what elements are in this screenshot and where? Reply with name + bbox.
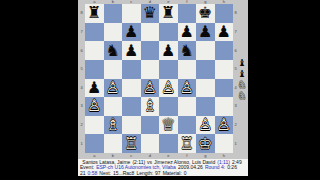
square-h2[interactable]: ♙ xyxy=(215,116,234,135)
coord-label: d xyxy=(141,154,160,158)
square-c6[interactable]: ♟ xyxy=(122,41,141,60)
white-player-name: Santos Latasa, Jaime xyxy=(82,160,130,165)
square-c4[interactable] xyxy=(122,79,141,98)
square-e6[interactable]: ♟ xyxy=(159,41,178,60)
square-a5[interactable] xyxy=(85,60,104,79)
square-a6[interactable] xyxy=(85,41,104,60)
piece-bP[interactable]: ♟ xyxy=(217,23,231,41)
square-g2[interactable]: ♙ xyxy=(196,116,215,135)
piece-wP[interactable]: ♙ xyxy=(180,79,194,97)
square-e1[interactable] xyxy=(159,134,178,153)
letterbox-strip xyxy=(78,176,248,180)
square-d4[interactable]: ♙ xyxy=(141,79,160,98)
square-b4[interactable]: ♙ xyxy=(104,79,123,98)
coord-label: 2 xyxy=(233,116,238,135)
captured-piece-wN: ♘ xyxy=(238,79,247,90)
square-e5[interactable] xyxy=(159,60,178,79)
square-g6[interactable] xyxy=(196,41,215,60)
piece-bP[interactable]: ♟ xyxy=(198,23,212,41)
coord-label: 8 xyxy=(79,4,84,23)
coord-label: e xyxy=(159,154,178,158)
piece-wQ[interactable]: ♕ xyxy=(161,116,175,134)
square-e4[interactable]: ♙ xyxy=(159,79,178,98)
square-d7[interactable] xyxy=(141,23,160,42)
coord-label: 3 xyxy=(79,97,84,116)
piece-bP[interactable]: ♟ xyxy=(124,42,138,60)
square-a8[interactable]: ♜ xyxy=(85,4,104,23)
square-c7[interactable]: ♟ xyxy=(122,23,141,42)
square-c1[interactable]: ♖ xyxy=(122,134,141,153)
coord-label: 2 xyxy=(79,116,84,135)
coord-label: a xyxy=(85,154,104,158)
coord-label: 7 xyxy=(233,23,238,42)
piece-bQ[interactable]: ♛ xyxy=(143,4,157,22)
coord-label: 8 xyxy=(233,4,238,23)
piece-wP[interactable]: ♙ xyxy=(106,79,120,97)
piece-wP[interactable]: ♙ xyxy=(87,97,101,115)
piece-wB[interactable]: ♗ xyxy=(106,116,120,134)
piece-bR[interactable]: ♜ xyxy=(161,4,175,22)
chess-app-window: abcdefgh 87654321 87654321 abcdefgh ♜♛♜♚… xyxy=(78,0,248,180)
square-h6[interactable] xyxy=(215,41,234,60)
square-f6[interactable]: ♞ xyxy=(178,41,197,60)
square-c2[interactable] xyxy=(122,116,141,135)
square-g4[interactable] xyxy=(196,79,215,98)
captured-piece-wN: ♘ xyxy=(238,90,247,101)
square-e8[interactable]: ♜ xyxy=(159,4,178,23)
square-b5[interactable] xyxy=(104,60,123,79)
square-g3[interactable] xyxy=(196,97,215,116)
captured-piece-bB: ♝ xyxy=(238,57,247,68)
vs-label: vs xyxy=(147,160,152,165)
square-h1[interactable] xyxy=(215,134,234,153)
square-g1[interactable]: ♔ xyxy=(196,134,215,153)
video-frame: abcdefgh 87654321 87654321 abcdefgh ♜♛♜♚… xyxy=(0,0,320,180)
square-a7[interactable] xyxy=(85,23,104,42)
square-h7[interactable]: ♟ xyxy=(215,23,234,42)
piece-wK[interactable]: ♔ xyxy=(198,135,212,153)
round-value: 0:26 xyxy=(227,165,237,170)
game-clock: 2:49 xyxy=(232,160,242,165)
square-g8[interactable]: ♚ xyxy=(196,4,215,23)
square-f1[interactable]: ♖ xyxy=(178,134,197,153)
piece-bN[interactable]: ♞ xyxy=(180,42,194,60)
square-d6[interactable] xyxy=(141,41,160,60)
square-e2[interactable]: ♕ xyxy=(159,116,178,135)
coord-label: b xyxy=(104,154,123,158)
square-c3[interactable] xyxy=(122,97,141,116)
square-f5[interactable] xyxy=(178,60,197,79)
square-d1[interactable] xyxy=(141,134,160,153)
square-c5[interactable] xyxy=(122,60,141,79)
coord-label: 1 xyxy=(79,134,84,153)
piece-bP[interactable]: ♟ xyxy=(124,23,138,41)
piece-bP[interactable]: ♟ xyxy=(180,23,194,41)
square-b7[interactable] xyxy=(104,23,123,42)
piece-wB[interactable]: ♗ xyxy=(143,97,157,115)
piece-bP[interactable]: ♟ xyxy=(161,42,175,60)
square-b8[interactable] xyxy=(104,4,123,23)
square-g7[interactable]: ♟ xyxy=(196,23,215,42)
captured-pieces-tray: ♝♝♘♘ xyxy=(236,57,248,101)
game-info-bar: Santos Latasa, Jaime(2:11)vsJimenez Alon… xyxy=(78,159,248,176)
square-d5[interactable] xyxy=(141,60,160,79)
coord-label: 5 xyxy=(79,60,84,79)
white-clock: (2:11) xyxy=(132,160,145,165)
file-labels-bottom: abcdefgh xyxy=(85,154,233,158)
square-d8[interactable]: ♛ xyxy=(141,4,160,23)
coord-label: f xyxy=(178,154,197,158)
square-h8[interactable] xyxy=(215,4,234,23)
piece-bN[interactable]: ♞ xyxy=(106,42,120,60)
square-b3[interactable] xyxy=(104,97,123,116)
coord-label: 1 xyxy=(233,134,238,153)
square-e3[interactable] xyxy=(159,97,178,116)
piece-wP[interactable]: ♙ xyxy=(161,79,175,97)
piece-wR[interactable]: ♖ xyxy=(180,135,194,153)
chess-board[interactable]: ♜♛♜♚♟♟♟♟♞♟♟♞♟♙♙♙♙♙♗♗♕♙♙♖♖♔ xyxy=(85,4,233,153)
piece-wP[interactable]: ♙ xyxy=(198,116,212,134)
event-name: ESP-ch U16 Autonomies tch, Vilaba xyxy=(96,165,176,170)
square-f3[interactable] xyxy=(178,97,197,116)
square-h4[interactable] xyxy=(215,79,234,98)
piece-wP[interactable]: ♙ xyxy=(217,116,231,134)
square-a4[interactable]: ♟ xyxy=(85,79,104,98)
coord-label: c xyxy=(122,154,141,158)
square-d2[interactable] xyxy=(141,116,160,135)
coord-label: 7 xyxy=(79,23,84,42)
black-player-name: Jimenez Alonso, Luis David xyxy=(154,160,215,165)
square-f4[interactable]: ♙ xyxy=(178,79,197,98)
event-date: 2009.04.26 xyxy=(178,165,203,170)
event-label: Event: xyxy=(80,165,94,170)
square-c8[interactable] xyxy=(122,4,141,23)
piece-bR[interactable]: ♜ xyxy=(87,4,101,22)
square-b6[interactable]: ♞ xyxy=(104,41,123,60)
coord-label: g xyxy=(196,154,215,158)
rank-labels-left: 87654321 xyxy=(79,4,84,153)
square-b2[interactable]: ♗ xyxy=(104,116,123,135)
black-clock: (1:11) xyxy=(217,160,230,165)
square-h3[interactable] xyxy=(215,97,234,116)
square-b1[interactable] xyxy=(104,134,123,153)
piece-wP[interactable]: ♙ xyxy=(143,79,157,97)
piece-bK[interactable]: ♚ xyxy=(198,4,212,22)
square-a2[interactable] xyxy=(85,116,104,135)
square-f2[interactable] xyxy=(178,116,197,135)
square-a3[interactable]: ♙ xyxy=(85,97,104,116)
coord-label: 4 xyxy=(79,79,84,98)
square-a1[interactable] xyxy=(85,134,104,153)
coord-label: 6 xyxy=(79,41,84,60)
round-label: Round 4: xyxy=(205,165,225,170)
square-e7[interactable] xyxy=(159,23,178,42)
piece-wR[interactable]: ♖ xyxy=(124,135,138,153)
piece-bP[interactable]: ♟ xyxy=(87,79,101,97)
square-f8[interactable] xyxy=(178,4,197,23)
square-d3[interactable]: ♗ xyxy=(141,97,160,116)
square-h5[interactable] xyxy=(215,60,234,79)
captured-piece-bB: ♝ xyxy=(238,68,247,79)
coord-label: h xyxy=(215,154,234,158)
square-f7[interactable]: ♟ xyxy=(178,23,197,42)
square-g5[interactable] xyxy=(196,60,215,79)
